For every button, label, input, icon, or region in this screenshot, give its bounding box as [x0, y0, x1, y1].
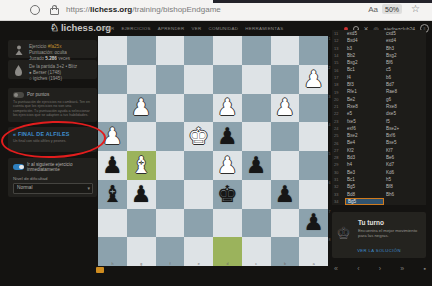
chess-board[interactable]: ♟♟♟♟♟♚♟♟♝♟♟♝♟♚♟♟: [98, 36, 328, 266]
move-number: 19: [332, 90, 345, 95]
move-number: 23: [332, 119, 345, 124]
nav-item-ver[interactable]: VER: [192, 26, 202, 31]
black-move[interactable]: b6: [384, 74, 423, 81]
square[interactable]: [271, 65, 300, 94]
square[interactable]: [242, 180, 271, 209]
white-move[interactable]: e5: [345, 110, 384, 117]
nav-item-jugar[interactable]: JUGAR: [98, 26, 114, 31]
move-row: 27Kf2Kf7: [332, 147, 426, 154]
site-info-icon[interactable]: [30, 5, 40, 15]
rank-label: 6: [329, 180, 331, 209]
goto-end-button[interactable]: »: [400, 264, 404, 273]
move-row: 20Be2g6: [332, 96, 426, 103]
move-row: 21Rxe8Rxe8: [332, 103, 426, 110]
square[interactable]: [184, 180, 213, 209]
move-number: 13: [332, 46, 345, 51]
square[interactable]: ♟: [127, 94, 156, 123]
square[interactable]: ♟: [271, 94, 300, 123]
white-pawn-g3[interactable]: ♟: [131, 96, 152, 119]
move-number: 32: [332, 184, 345, 189]
move-row: 16Bc1c5: [332, 66, 426, 73]
move-row: 22e5dxe5: [332, 110, 426, 117]
move-row: 24exf6Bxe2+: [332, 125, 426, 132]
white-move[interactable]: Be2: [345, 96, 384, 103]
square[interactable]: [242, 94, 271, 123]
view-solution-link[interactable]: VER LA SOLUCIÓN: [332, 248, 426, 253]
black-move[interactable]: dxe5: [384, 110, 423, 117]
black-move[interactable]: Bh6: [384, 191, 423, 198]
puzzle-info-box: Ejercicio #fa25x Puntuación: oculta Juga…: [8, 40, 97, 58]
black-move[interactable]: Bf8: [384, 183, 423, 190]
white-pawn-b3[interactable]: ♟: [275, 96, 296, 119]
black-pawn-c5[interactable]: ♟: [246, 154, 267, 177]
white-move[interactable]: Bg5: [345, 198, 384, 205]
move-number: 31: [332, 177, 345, 182]
goto-start-button[interactable]: «: [334, 264, 338, 273]
square[interactable]: ♟: [242, 151, 271, 180]
square[interactable]: [127, 122, 156, 151]
square[interactable]: [156, 180, 185, 209]
white-move[interactable]: Bg5: [345, 183, 384, 190]
move-number: 27: [332, 148, 345, 153]
black-pawn-d4[interactable]: ♟: [217, 125, 238, 148]
white-move[interactable]: Bb2: [345, 52, 384, 59]
rated-toggle[interactable]: [13, 92, 24, 98]
move-row: 12Bxd4exd4: [332, 37, 426, 44]
url-text[interactable]: https://lichess.org/training/bishopEndga…: [66, 5, 221, 14]
move-row: 30Be3Kd6: [332, 169, 426, 176]
black-move[interactable]: f5: [384, 118, 423, 125]
turn-title: Tu turno: [358, 219, 384, 226]
move-row: 17f4b6: [332, 74, 426, 81]
square[interactable]: [271, 151, 300, 180]
square[interactable]: [98, 209, 127, 238]
next-puzzle-label: Ir al siguiente ejercicio inmediatamente: [27, 162, 85, 172]
black-move[interactable]: Bxe5: [384, 139, 423, 146]
rated-toggle-label: Por puntos: [27, 92, 49, 97]
black-move[interactable]: Bxf6: [384, 132, 423, 139]
black-player[interactable]: ○ igiches (1945): [29, 76, 92, 82]
move-row: 31Bc1h5: [332, 176, 426, 183]
rank-label: 4: [329, 122, 331, 151]
square[interactable]: [184, 36, 213, 65]
black-bishop-h6[interactable]: ♝: [102, 183, 123, 206]
file-coordinates: hgfedcba: [98, 262, 328, 266]
black-pawn-g6[interactable]: ♟: [131, 183, 152, 206]
white-move[interactable]: Bxe2: [345, 132, 384, 139]
rank-label: 7: [329, 209, 331, 238]
move-number: 16: [332, 68, 345, 73]
square[interactable]: [184, 65, 213, 94]
square[interactable]: ♚: [213, 180, 242, 209]
square[interactable]: [156, 209, 185, 238]
black-move[interactable]: Bh3: [384, 45, 423, 52]
square[interactable]: [213, 36, 242, 65]
move-number: 21: [332, 104, 345, 109]
square[interactable]: ♝: [127, 151, 156, 180]
lock-icon[interactable]: [50, 8, 59, 15]
move-row: 11exd5cxd5: [332, 30, 426, 37]
square[interactable]: [156, 122, 185, 151]
white-bishop-g5[interactable]: ♝: [131, 154, 152, 177]
next-puzzle-box: Ir al siguiente ejercicio inmediatamente…: [8, 158, 97, 197]
step-back-button[interactable]: ‹: [357, 264, 359, 273]
rank-label: 1: [329, 36, 331, 65]
black-move[interactable]: Kf7: [384, 147, 423, 154]
move-row: 23fxe5f5: [332, 118, 426, 125]
square[interactable]: [184, 209, 213, 238]
white-move[interactable]: b3: [345, 45, 384, 52]
move-row: 25Bxe2Bxf6: [332, 132, 426, 139]
square[interactable]: [242, 65, 271, 94]
rated-description: Tu puntuación de ejercicios no cambiará.…: [13, 100, 92, 118]
square[interactable]: [184, 94, 213, 123]
white-move[interactable]: Bxd4: [345, 37, 384, 44]
white-move[interactable]: Bc1: [345, 176, 384, 183]
white-move[interactable]: exf6: [345, 125, 384, 132]
move-number: 11: [332, 31, 345, 36]
move-number: 34: [332, 199, 345, 204]
white-move[interactable]: Rfe1: [345, 88, 384, 95]
move-number: 22: [332, 111, 345, 116]
black-pawn-b6[interactable]: ♟: [275, 183, 296, 206]
square[interactable]: ♟: [213, 122, 242, 151]
move-row: 34Bg5: [332, 198, 426, 205]
move-row: 18Bf3Bd7: [332, 81, 426, 88]
square[interactable]: ♟: [213, 94, 242, 123]
move-number: 28: [332, 155, 345, 160]
file-label: a: [299, 262, 328, 266]
move-row: 14Bb2Bxg2: [332, 52, 426, 59]
white-king-e4[interactable]: ♚: [188, 125, 209, 148]
white-move[interactable]: fxe5: [345, 118, 384, 125]
file-label: b: [271, 262, 300, 266]
rank-label: 3: [329, 94, 331, 123]
white-move[interactable]: Rxe8: [345, 103, 384, 110]
black-pawn-h5[interactable]: ♟: [102, 154, 123, 177]
file-label: c: [242, 262, 271, 266]
bookmark-star-icon[interactable]: ☆: [411, 3, 420, 14]
square[interactable]: [127, 209, 156, 238]
knight-logo-icon: ♘: [50, 22, 59, 33]
rank-coordinates: 12345678: [329, 36, 331, 266]
move-row: 33Bd8Bh6: [332, 191, 426, 198]
square[interactable]: [156, 94, 185, 123]
square[interactable]: [184, 151, 213, 180]
square[interactable]: [242, 36, 271, 65]
square[interactable]: [242, 122, 271, 151]
analysis-board-button[interactable]: ▪: [424, 264, 426, 273]
white-move[interactable]: exd5: [345, 30, 384, 37]
square[interactable]: [242, 209, 271, 238]
black-move[interactable]: Bxg2: [384, 52, 423, 59]
move-number: 18: [332, 82, 345, 87]
square[interactable]: [156, 151, 185, 180]
square[interactable]: ♟: [98, 151, 127, 180]
move-row: 13b3Bh3: [332, 45, 426, 52]
square[interactable]: [213, 209, 242, 238]
black-king-icon: ♚: [337, 224, 350, 242]
difficulty-label: Nivel de dificultad: [13, 176, 92, 181]
white-move[interactable]: h4: [345, 161, 384, 168]
flame-icon: [14, 65, 23, 77]
white-move[interactable]: Bf3: [345, 81, 384, 88]
move-row: 15Bxg2Bf6: [332, 59, 426, 66]
file-label: f: [156, 262, 185, 266]
square[interactable]: [98, 36, 127, 65]
difficulty-select[interactable]: Normal: [13, 183, 93, 194]
square[interactable]: [98, 65, 127, 94]
move-number: 30: [332, 170, 345, 175]
nav-item-herramientas[interactable]: HERRAMIENTAS: [245, 26, 283, 31]
white-move[interactable]: Bxg2: [345, 59, 384, 66]
white-move[interactable]: Kf2: [345, 147, 384, 154]
rank-label: 2: [329, 65, 331, 94]
black-move[interactable]: Rxe8: [384, 103, 423, 110]
tabbar-edge: [213, 0, 432, 3]
white-move[interactable]: Bc1: [345, 66, 384, 73]
from-game-box: De la partida 3+2 • Blitz ● Berser (1748…: [8, 60, 97, 79]
square[interactable]: [156, 65, 185, 94]
zoom-level-badge[interactable]: 50%: [382, 4, 402, 14]
move-list: 11exd5cxd512Bxd4exd413b3Bh314Bb2Bxg215Bx…: [332, 30, 426, 205]
square[interactable]: ♟: [271, 180, 300, 209]
move-number: 29: [332, 162, 345, 167]
black-move[interactable]: [384, 198, 423, 205]
square[interactable]: ♟: [299, 65, 328, 94]
black-move[interactable]: g6: [384, 96, 423, 103]
rank-label: 5: [329, 151, 331, 180]
top-nav: JUGAREJERCICIOSAPRENDERVERCOMUNIDADHERRA…: [98, 26, 283, 31]
translate-icon[interactable]: Aa: [368, 5, 378, 14]
black-move[interactable]: Rae8: [384, 88, 423, 95]
white-pawn-d3[interactable]: ♟: [217, 96, 238, 119]
move-row: 26Be4Bxe5: [332, 139, 426, 146]
square[interactable]: [299, 180, 328, 209]
black-move[interactable]: cxd5: [384, 30, 423, 37]
square[interactable]: [271, 36, 300, 65]
turn-subtitle: Encuentra el mejor movimiento para las n…: [358, 228, 420, 239]
move-number: 17: [332, 75, 345, 80]
move-number: 33: [332, 192, 345, 197]
move-number: 20: [332, 97, 345, 102]
square[interactable]: ♟: [127, 180, 156, 209]
square[interactable]: [127, 65, 156, 94]
black-move[interactable]: Bxe2+: [384, 125, 423, 132]
red-ellipse-annotation: [0, 119, 106, 160]
black-move[interactable]: exd4: [384, 37, 423, 44]
black-pawn-a7[interactable]: ♟: [303, 211, 324, 234]
turn-panel: ♚ Tu turno Encuentra el mejor movimiento…: [332, 212, 426, 258]
square[interactable]: [299, 36, 328, 65]
move-number: 15: [332, 60, 345, 65]
black-move[interactable]: h5: [384, 176, 423, 183]
playback-controls: «‹›»▪: [334, 264, 426, 273]
black-move[interactable]: Kd6: [384, 169, 423, 176]
square[interactable]: [213, 65, 242, 94]
nav-item-comunidad[interactable]: COMUNIDAD: [209, 26, 239, 31]
screen: https://lichess.org/training/bishopEndga…: [0, 0, 432, 286]
white-move[interactable]: Be4: [345, 139, 384, 146]
rated-toggle-box: Por puntos Tu puntuación de ejercicios n…: [8, 88, 97, 122]
white-move[interactable]: Be3: [345, 169, 384, 176]
square[interactable]: [98, 94, 127, 123]
browser-address-bar[interactable]: https://lichess.org/training/bishopEndga…: [0, 0, 432, 21]
square[interactable]: [271, 209, 300, 238]
white-pawn-d5[interactable]: ♟: [217, 154, 238, 177]
square[interactable]: [299, 122, 328, 151]
nav-item-aprender[interactable]: APRENDER: [158, 26, 185, 31]
square[interactable]: [271, 122, 300, 151]
square[interactable]: [156, 36, 185, 65]
black-move[interactable]: Kd7: [384, 161, 423, 168]
move-number: 14: [332, 53, 345, 58]
black-king-d6[interactable]: ♚: [217, 183, 238, 206]
black-move[interactable]: c5: [384, 66, 423, 73]
move-number: 25: [332, 133, 345, 138]
square[interactable]: [299, 94, 328, 123]
white-move[interactable]: f4: [345, 74, 384, 81]
square[interactable]: ♟: [299, 209, 328, 238]
file-label: e: [184, 262, 213, 266]
white-pawn-a2[interactable]: ♟: [303, 68, 324, 91]
black-move[interactable]: Be6: [384, 154, 423, 161]
move-number: 24: [332, 126, 345, 131]
step-forward-button[interactable]: ›: [379, 264, 381, 273]
move-number: 12: [332, 38, 345, 43]
white-move[interactable]: Bd3: [345, 154, 384, 161]
square[interactable]: ♚: [184, 122, 213, 151]
meditation-icon: [14, 45, 24, 57]
black-move[interactable]: Bf6: [384, 59, 423, 66]
board-settings-icon[interactable]: [96, 267, 104, 273]
white-move[interactable]: Bd8: [345, 191, 384, 198]
move-row: 32Bg5Bf8: [332, 183, 426, 190]
next-puzzle-toggle[interactable]: [13, 164, 24, 170]
nav-item-ejercicios[interactable]: EJERCICIOS: [121, 26, 150, 31]
move-row: 28Bd3Be6: [332, 154, 426, 161]
file-label: h: [98, 262, 127, 266]
move-number: 26: [332, 141, 345, 146]
square[interactable]: [127, 36, 156, 65]
file-label: g: [127, 262, 156, 266]
square[interactable]: ♟: [213, 151, 242, 180]
move-row: 19Rfe1Rae8: [332, 88, 426, 95]
move-row: 29h4Kd7: [332, 161, 426, 168]
square[interactable]: ♝: [98, 180, 127, 209]
file-label: d: [213, 262, 242, 266]
black-move[interactable]: Bd7: [384, 81, 423, 88]
rank-label: 8: [329, 237, 331, 266]
square[interactable]: [299, 151, 328, 180]
